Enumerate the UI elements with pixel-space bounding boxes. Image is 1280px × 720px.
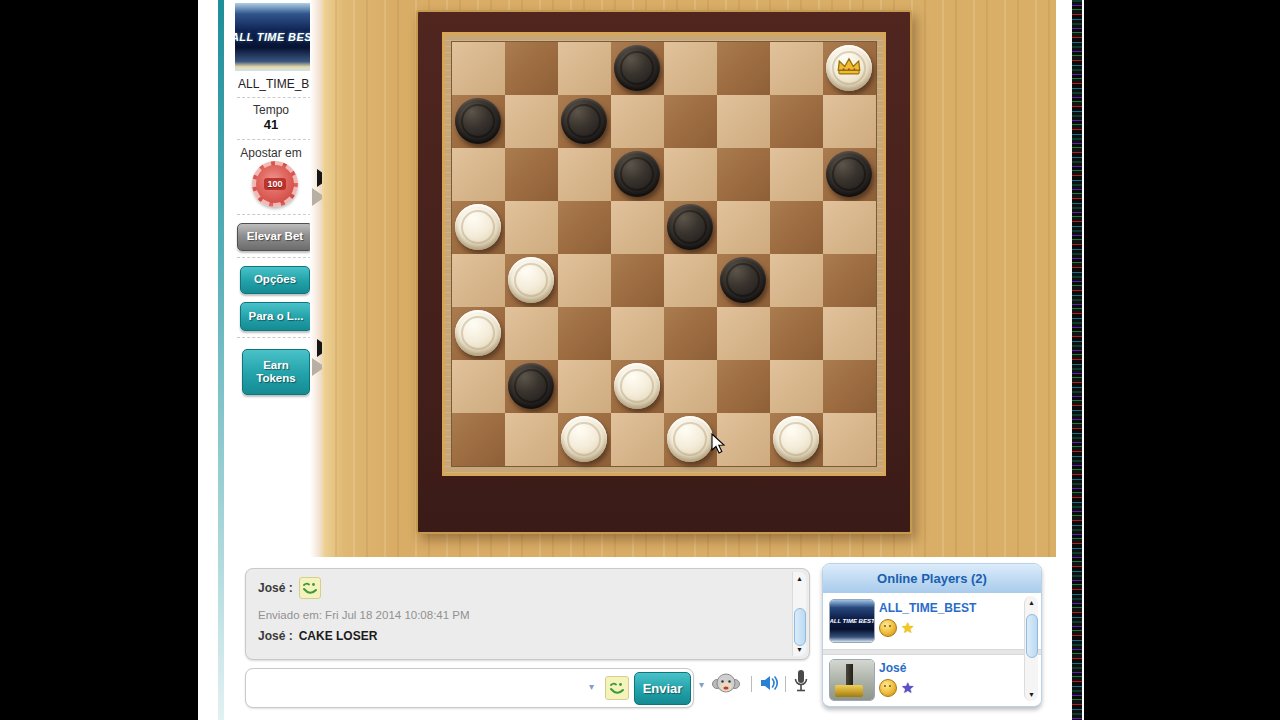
square-r4c8 <box>823 201 876 254</box>
white-man-piece[interactable] <box>773 416 819 462</box>
square-r5c7 <box>770 254 823 307</box>
square-r1c2[interactable] <box>505 42 558 95</box>
online-players-header: Online Players (2) <box>823 564 1041 594</box>
black-man-piece[interactable] <box>561 98 607 144</box>
square-r4c6 <box>717 201 770 254</box>
player-row[interactable]: ALL TIME BEST ALL_TIME_BEST ★ <box>823 593 1041 649</box>
square-r6c7[interactable] <box>770 307 823 360</box>
square-r5c8[interactable] <box>823 254 876 307</box>
square-r6c5[interactable] <box>664 307 717 360</box>
video-frame: ALL TIME BEST ALL_TIME_BES Tempo 41 Apos… <box>0 0 1280 720</box>
black-man-piece[interactable] <box>614 151 660 197</box>
table-surface <box>322 0 1056 557</box>
emoticon-dropdown-caret-icon[interactable]: ▾ <box>589 681 594 692</box>
scroll-up-icon[interactable]: ▲ <box>793 574 806 583</box>
square-r7c7 <box>770 360 823 413</box>
square-r3c2[interactable] <box>505 148 558 201</box>
square-r7c2[interactable] <box>505 360 558 413</box>
bet-label: Apostar em <box>224 146 318 160</box>
square-r2c8 <box>823 95 876 148</box>
square-r5c3 <box>558 254 611 307</box>
square-r2c2 <box>505 95 558 148</box>
square-r3c3 <box>558 148 611 201</box>
checkers-board-frame <box>416 10 912 534</box>
square-r6c4 <box>611 307 664 360</box>
video-noise-edge <box>1072 0 1082 720</box>
monkey-emoji-icon[interactable] <box>712 672 740 696</box>
checkers-board[interactable] <box>451 41 877 467</box>
square-r1c1 <box>452 42 505 95</box>
white-man-piece[interactable] <box>508 257 554 303</box>
wink-emoticon-icon <box>299 577 321 599</box>
chat-input-container: ▾ Enviar <box>245 668 694 708</box>
black-man-piece[interactable] <box>667 204 713 250</box>
white-man-piece[interactable] <box>667 416 713 462</box>
speaker-sound-icon[interactable] <box>760 674 780 692</box>
square-r7c6[interactable] <box>717 360 770 413</box>
square-r2c7[interactable] <box>770 95 823 148</box>
divider <box>237 214 311 215</box>
scroll-down-icon[interactable]: ▼ <box>1025 690 1038 699</box>
square-r7c5 <box>664 360 717 413</box>
opcoes-button[interactable]: Opções <box>240 266 310 294</box>
chat-history[interactable]: José : Enviado em: Fri Jul 18 2014 10:08… <box>245 568 810 660</box>
square-r4c2 <box>505 201 558 254</box>
square-r7c4[interactable] <box>611 360 664 413</box>
para-o-lobby-button[interactable]: Para o L... <box>240 302 312 331</box>
sidebar-edge <box>310 0 322 557</box>
square-r5c1 <box>452 254 505 307</box>
square-r3c4[interactable] <box>611 148 664 201</box>
square-r4c4 <box>611 201 664 254</box>
chat-author: José : <box>258 629 293 643</box>
square-r3c7 <box>770 148 823 201</box>
purple-star-icon: ★ <box>901 680 914 696</box>
chat-input[interactable] <box>254 674 588 702</box>
divider <box>237 97 311 98</box>
scroll-down-icon[interactable]: ▼ <box>793 645 806 654</box>
chat-author: José : <box>258 581 293 595</box>
emoticon-picker-button[interactable] <box>605 676 629 700</box>
elevar-bet-button[interactable]: Elevar Bet <box>237 223 313 251</box>
square-r6c2 <box>505 307 558 360</box>
divider <box>237 337 311 338</box>
square-r2c6 <box>717 95 770 148</box>
players-scroll-thumb[interactable] <box>1026 614 1038 658</box>
white-man-piece[interactable] <box>455 204 501 250</box>
square-r2c3[interactable] <box>558 95 611 148</box>
separator <box>751 676 752 692</box>
chat-scroll-thumb[interactable] <box>794 608 806 646</box>
square-r2c4 <box>611 95 664 148</box>
square-r1c3 <box>558 42 611 95</box>
square-r5c5 <box>664 254 717 307</box>
chat-message-text: CAKE LOSER <box>299 629 378 643</box>
square-r3c1 <box>452 148 505 201</box>
square-r7c1 <box>452 360 505 413</box>
king-crown-icon <box>835 57 863 77</box>
online-players-panel: Online Players (2) ALL TIME BEST ALL_TIM… <box>822 563 1042 707</box>
white-man-piece[interactable] <box>561 416 607 462</box>
players-scrollbar[interactable]: ▲ ▼ <box>1024 596 1038 701</box>
square-r5c2[interactable] <box>505 254 558 307</box>
white-man-piece[interactable] <box>614 363 660 409</box>
square-r4c5[interactable] <box>664 201 717 254</box>
square-r8c1[interactable] <box>452 413 505 466</box>
square-r4c7[interactable] <box>770 201 823 254</box>
chat-scrollbar[interactable]: ▲ ▼ <box>792 572 806 656</box>
square-r3c6[interactable] <box>717 148 770 201</box>
player-name-label: ALL_TIME_BES <box>238 77 316 92</box>
black-man-piece[interactable] <box>720 257 766 303</box>
tempo-value: 41 <box>224 117 318 132</box>
divider <box>237 257 311 258</box>
enviar-send-button[interactable]: Enviar <box>634 672 691 705</box>
square-r1c8[interactable] <box>823 42 876 95</box>
square-r8c4 <box>611 413 664 466</box>
square-r3c8[interactable] <box>823 148 876 201</box>
bet-chip-icon[interactable]: 100 <box>252 161 298 207</box>
gold-coin-badge-icon <box>879 619 897 637</box>
white-king-piece[interactable] <box>826 45 872 91</box>
sound-dropdown-caret-icon[interactable]: ▾ <box>699 679 704 690</box>
square-r1c7 <box>770 42 823 95</box>
square-r1c6[interactable] <box>717 42 770 95</box>
player-name[interactable]: José <box>879 661 906 675</box>
chip-value: 100 <box>264 178 285 190</box>
square-r6c6 <box>717 307 770 360</box>
avatar-banner-text: ALL TIME BEST <box>235 31 315 43</box>
square-r8c5[interactable] <box>664 413 717 466</box>
square-r4c1[interactable] <box>452 201 505 254</box>
square-r4c3[interactable] <box>558 201 611 254</box>
mouse-cursor <box>711 433 727 455</box>
black-man-piece[interactable] <box>826 151 872 197</box>
square-r8c7[interactable] <box>770 413 823 466</box>
player-avatar: ALL TIME BEST <box>829 599 875 643</box>
square-r1c4[interactable] <box>611 42 664 95</box>
black-man-piece[interactable] <box>455 98 501 144</box>
microphone-icon[interactable] <box>793 669 809 697</box>
square-r6c3[interactable] <box>558 307 611 360</box>
square-r5c6[interactable] <box>717 254 770 307</box>
separator <box>785 676 786 692</box>
square-r2c1[interactable] <box>452 95 505 148</box>
square-r6c8 <box>823 307 876 360</box>
divider <box>237 139 311 140</box>
app-content: ALL TIME BEST ALL_TIME_BES Tempo 41 Apos… <box>198 0 1084 720</box>
gold-star-icon: ★ <box>901 620 914 636</box>
tempo-label: Tempo <box>224 103 318 117</box>
player-row[interactable]: José ★ <box>823 655 1041 705</box>
gold-coin-badge-icon <box>879 679 897 697</box>
white-man-piece[interactable] <box>455 310 501 356</box>
avatar-text: ALL TIME BEST <box>829 618 874 624</box>
board-trim <box>442 32 886 476</box>
player-avatar <box>829 659 875 701</box>
chat-timestamp: Enviado em: Fri Jul 18 2014 10:08:41 PM <box>258 609 470 621</box>
square-r1c5 <box>664 42 717 95</box>
player-avatar: ALL TIME BEST <box>235 3 315 71</box>
player-name[interactable]: ALL_TIME_BEST <box>879 601 976 615</box>
black-man-piece[interactable] <box>508 363 554 409</box>
square-r7c3 <box>558 360 611 413</box>
square-r8c2 <box>505 413 558 466</box>
square-r6c1[interactable] <box>452 307 505 360</box>
black-man-piece[interactable] <box>614 45 660 91</box>
square-r5c4[interactable] <box>611 254 664 307</box>
square-r8c8 <box>823 413 876 466</box>
square-r2c5[interactable] <box>664 95 717 148</box>
scroll-up-icon[interactable]: ▲ <box>1025 598 1038 607</box>
square-r3c5 <box>664 148 717 201</box>
earn-tokens-button[interactable]: Earn Tokens <box>242 349 310 395</box>
square-r8c3[interactable] <box>558 413 611 466</box>
square-r7c8[interactable] <box>823 360 876 413</box>
